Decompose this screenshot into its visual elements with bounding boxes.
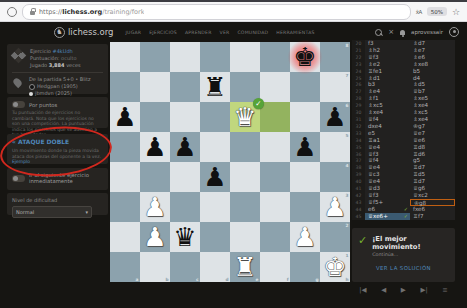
- square-e8[interactable]: [230, 42, 260, 72]
- square-c4[interactable]: [170, 162, 200, 192]
- square-h6[interactable]: 6♟: [320, 102, 350, 132]
- black-move-32[interactable]: ♔g7: [410, 123, 455, 130]
- lichess-logo-text[interactable]: lichess.org: [68, 27, 114, 37]
- move-number: 20: [352, 40, 365, 47]
- move-row-40: 40♕e4♖d7: [352, 178, 455, 185]
- square-f6[interactable]: [260, 102, 290, 132]
- difficulty-select[interactable]: Normal ▾: [12, 206, 92, 218]
- white-move-23[interactable]: ♗e2: [365, 61, 410, 68]
- rated-card: Por puntos Tu puntuación de ejercicios n…: [7, 97, 108, 128]
- white-move-21[interactable]: ♗h2: [365, 47, 410, 54]
- theme-title-link[interactable]: « ATAQUE DOBLE: [12, 138, 103, 146]
- piece-bP-d4[interactable]: ♟: [200, 162, 230, 192]
- square-c6[interactable]: [170, 102, 200, 132]
- puzzle-played-count: 3,884: [49, 62, 65, 68]
- move-number: 42: [352, 192, 365, 199]
- move-row-23: 23♗e2♗xe8: [352, 61, 455, 68]
- piece-wP-b2[interactable]: ♟: [140, 222, 170, 252]
- url-path: /training/fork: [102, 8, 144, 16]
- white-player[interactable]: jbmdvn (2025): [29, 90, 91, 97]
- piece-bQ-c2[interactable]: ♛: [170, 222, 200, 252]
- move-row-39: 39♕c3♖d5: [352, 171, 455, 178]
- move-row-32: 32dxe4♔g7: [352, 123, 455, 130]
- square-c5[interactable]: ♟: [170, 132, 200, 162]
- white-move-28[interactable]: ♗f1: [365, 95, 410, 102]
- move-number: 44: [352, 206, 365, 213]
- move-number: 32: [352, 123, 365, 130]
- bookmark-star-icon[interactable]: ☆: [452, 7, 460, 17]
- square-g7[interactable]: [290, 72, 320, 102]
- move-row-31: 31♕f4♗xe4: [352, 116, 455, 123]
- theme-description: Un movimiento donde la pieza movida atac…: [12, 148, 103, 165]
- puzzle-rating-value: oculto: [61, 55, 76, 61]
- autojump-label: Ir al siguiente ejercicio inmediatamente: [29, 172, 103, 184]
- difficulty-label: Nivel de dificultad: [12, 197, 103, 204]
- square-h1[interactable]: h1♚: [320, 252, 350, 282]
- correct-check-icon: ✓: [404, 213, 408, 220]
- black-move-44[interactable]: fxe6: [410, 206, 455, 213]
- coord-file-g: g: [315, 277, 318, 282]
- feedback-title: ¡El mejor movimiento!: [372, 235, 449, 251]
- black-move-35[interactable]: ♖d8: [410, 144, 455, 151]
- white-move-26[interactable]: b3: [365, 81, 410, 88]
- white-move-44[interactable]: e6✓: [365, 206, 410, 213]
- black-disc-icon: [29, 84, 35, 90]
- coord-file-c: c: [196, 277, 199, 282]
- square-b2[interactable]: ♟: [140, 222, 170, 252]
- black-move-28[interactable]: ♗xe5: [410, 95, 455, 102]
- coord-rank-2: 2: [346, 223, 349, 228]
- black-move-38[interactable]: ♖d7: [410, 164, 455, 171]
- best-move-check-icon: ✓: [358, 235, 367, 246]
- white-move-33[interactable]: e5: [365, 130, 410, 137]
- move-number: 23: [352, 61, 365, 68]
- white-move-37[interactable]: ♕f4: [365, 157, 410, 164]
- square-d2[interactable]: [200, 222, 230, 252]
- white-move-29[interactable]: ♗xc5: [365, 102, 410, 109]
- url-scheme: https://: [39, 8, 62, 16]
- search-icon[interactable]: [375, 29, 382, 36]
- view-solution-link[interactable]: VER LA SOLUCIÓN: [358, 265, 449, 271]
- square-g5[interactable]: ♟: [290, 132, 320, 162]
- white-move-36[interactable]: ♕f3: [365, 151, 410, 158]
- move-row-26: 26b3♗d5: [352, 81, 455, 88]
- move-row-21: 21♗h2♗e7: [352, 47, 455, 54]
- move-row-45: 45♕xe6+✓♖f7: [352, 213, 455, 220]
- black-move-29[interactable]: ♗xe4: [410, 102, 455, 109]
- square-d3[interactable]: [200, 192, 230, 222]
- coord-rank-4: 4: [346, 163, 349, 168]
- white-move-30[interactable]: ♗xe4: [365, 109, 410, 116]
- move-number: 24: [352, 68, 365, 75]
- url-bar[interactable]: https://lichess.org/training/fork: [22, 4, 411, 20]
- menu-item-aprender[interactable]: APRENDER: [185, 30, 212, 35]
- square-d1[interactable]: d: [200, 252, 230, 282]
- black-move-36[interactable]: ♖d6: [410, 151, 455, 158]
- coord-rank-1: 1: [346, 253, 349, 258]
- feedback-subtitle: Continúa...: [372, 252, 449, 257]
- white-move-20[interactable]: f3: [365, 40, 410, 47]
- black-move-45[interactable]: ♖f7: [410, 213, 455, 220]
- white-move-41[interactable]: ♕d3: [365, 185, 410, 192]
- puzzle-played-label: Jugado: [30, 62, 47, 68]
- puzzle-info-card: Ejercicio #4kUdh Puntuación: oculto Juga…: [7, 44, 108, 94]
- move-number: 28: [352, 95, 365, 102]
- square-b3[interactable]: ♟: [140, 192, 170, 222]
- square-c8[interactable]: [170, 42, 200, 72]
- move-row-43: 43♕f5+♔g8: [352, 199, 455, 206]
- square-a2[interactable]: [110, 222, 140, 252]
- square-e4[interactable]: [230, 162, 260, 192]
- move-number: 22: [352, 54, 365, 61]
- black-player[interactable]: Hedgpan (1905): [29, 83, 91, 90]
- menu-item-comunidad[interactable]: COMUNIDAD: [237, 30, 268, 35]
- puzzle-label: Ejercicio: [30, 48, 51, 54]
- square-g2[interactable]: ♟: [290, 222, 320, 252]
- square-c7[interactable]: [170, 72, 200, 102]
- white-move-42[interactable]: ♕f3: [365, 192, 410, 199]
- menu-item-ejercicios[interactable]: EJERCICIOS: [149, 30, 177, 35]
- lichess-logo-icon[interactable]: ♞: [54, 27, 65, 38]
- move-number: 38: [352, 164, 365, 171]
- black-move-25[interactable]: d4: [410, 75, 455, 82]
- square-e1[interactable]: e♜: [230, 252, 260, 282]
- move-number: 40: [352, 178, 365, 185]
- move-number: 27: [352, 88, 365, 95]
- square-g4[interactable]: [290, 162, 320, 192]
- white-move-24[interactable]: ♖fe1: [365, 68, 410, 75]
- piece-wP-b3[interactable]: ♟: [140, 192, 170, 222]
- menu-item-herramientas[interactable]: HERRAMIENTAS: [276, 30, 314, 35]
- square-h2[interactable]: 2: [320, 222, 350, 252]
- move-row-35: 35♕e4♖d8: [352, 144, 455, 151]
- move-number: 25: [352, 75, 365, 82]
- difficulty-card: Nivel de dificultad Normal ▾: [7, 193, 108, 215]
- square-g8[interactable]: ♚: [290, 42, 320, 72]
- square-e6[interactable]: ♛✓: [230, 102, 260, 132]
- move-row-29: 29♗xc5♗xe4: [352, 102, 455, 109]
- square-a3[interactable]: [110, 192, 140, 222]
- piece-wP-g2[interactable]: ♟: [290, 222, 320, 252]
- square-d6[interactable]: [200, 102, 230, 132]
- square-b6[interactable]: [140, 102, 170, 132]
- square-e2[interactable]: [230, 222, 260, 252]
- black-move-37[interactable]: g5: [410, 157, 455, 164]
- piece-bK-g8[interactable]: ♚: [290, 42, 320, 72]
- square-g1[interactable]: g: [290, 252, 320, 282]
- white-move-31[interactable]: ♕f4: [365, 116, 410, 123]
- white-disc-icon: [29, 92, 33, 96]
- move-number: 39: [352, 171, 365, 178]
- white-move-34[interactable]: ♖a1: [365, 137, 410, 144]
- move-number: 29: [352, 102, 365, 109]
- header-right: × aprovessair: [375, 27, 467, 37]
- menu-item-ver[interactable]: VER: [220, 30, 230, 35]
- square-f5[interactable]: [260, 132, 290, 162]
- piece-bR-d7[interactable]: ♜: [200, 72, 230, 102]
- move-number: 41: [352, 185, 365, 192]
- prev-move-button[interactable]: ◀: [381, 286, 386, 294]
- square-b1[interactable]: b: [140, 252, 170, 282]
- move-number: 37: [352, 157, 365, 164]
- white-move-35[interactable]: ♕e4: [365, 144, 410, 151]
- coord-rank-5: 5: [346, 133, 349, 138]
- puzzle-id-link[interactable]: #4kUdh: [53, 48, 73, 54]
- card-divider: [12, 72, 103, 73]
- menu-move-button[interactable]: ≡: [442, 286, 447, 294]
- coord-rank-3: 3: [346, 193, 349, 198]
- theme-card: « ATAQUE DOBLE Un movimiento donde la pi…: [7, 134, 108, 164]
- white-move-25[interactable]: ♗d1: [365, 75, 410, 82]
- black-move-39[interactable]: ♖d5: [410, 171, 455, 178]
- square-c2[interactable]: ♛: [170, 222, 200, 252]
- black-move-43[interactable]: ♔g8: [410, 199, 455, 206]
- square-g6[interactable]: [290, 102, 320, 132]
- challenges-icon[interactable]: ×: [388, 29, 394, 36]
- square-c1[interactable]: c: [170, 252, 200, 282]
- square-g3[interactable]: [290, 192, 320, 222]
- main-menu: JUGAR EJERCICIOS APRENDER VER COMUNIDAD …: [126, 30, 315, 35]
- move-row-22: 22♕f3♗e6: [352, 54, 455, 61]
- menu-item-jugar[interactable]: JUGAR: [126, 30, 142, 35]
- coord-file-e: e: [256, 277, 259, 282]
- square-h4[interactable]: 4: [320, 162, 350, 192]
- square-d5[interactable]: [200, 132, 230, 162]
- square-a7[interactable]: [110, 72, 140, 102]
- square-d7[interactable]: ♜: [200, 72, 230, 102]
- square-f3[interactable]: [260, 192, 290, 222]
- puzzle-icon: [11, 48, 27, 64]
- blitz-flame-icon: [12, 77, 23, 88]
- square-f8[interactable]: [260, 42, 290, 72]
- difficulty-value: Normal: [16, 209, 34, 216]
- move-row-38: 38♕e4♖d7: [352, 164, 455, 171]
- move-number: 35: [352, 144, 365, 151]
- last-move-button[interactable]: ▶|: [420, 286, 427, 294]
- coord-rank-7: 7: [346, 73, 349, 78]
- square-f7[interactable]: [260, 72, 290, 102]
- theme-example-link[interactable]: Ejemplo: [12, 159, 30, 164]
- square-a5[interactable]: [110, 132, 140, 162]
- black-move-24[interactable]: b5: [410, 68, 455, 75]
- square-h7[interactable]: 7: [320, 72, 350, 102]
- coord-file-a: a: [136, 277, 139, 282]
- white-move-38[interactable]: ♕e4: [365, 164, 410, 171]
- square-a8[interactable]: [110, 42, 140, 72]
- move-number: 26: [352, 81, 365, 88]
- black-move-40[interactable]: ♖d7: [410, 178, 455, 185]
- move-row-33: 33e5♕e7: [352, 130, 455, 137]
- black-move-21[interactable]: ♗e7: [410, 47, 455, 54]
- coord-file-b: b: [165, 277, 168, 282]
- square-e5[interactable]: [230, 132, 260, 162]
- coord-rank-8: 8: [346, 43, 349, 48]
- square-b7[interactable]: [140, 72, 170, 102]
- correct-move-badge-icon: ✓: [253, 98, 264, 109]
- square-b5[interactable]: ♟: [140, 132, 170, 162]
- coord-file-d: d: [225, 277, 228, 282]
- white-move-40[interactable]: ♕e4: [365, 178, 410, 185]
- move-row-42: 42♕f3♕xc2: [352, 192, 455, 199]
- move-number: 31: [352, 116, 365, 123]
- url-text[interactable]: https://lichess.org/training/fork: [39, 8, 144, 16]
- move-row-24: 24♖fe1b5: [352, 68, 455, 75]
- move-row-27: 27♗e4♕b7: [352, 88, 455, 95]
- move-number: 36: [352, 151, 365, 158]
- move-row-30: 30♗xe4♗xc5: [352, 109, 455, 116]
- square-f1[interactable]: f: [260, 252, 290, 282]
- from-game-link[interactable]: De la partida 5+0 • Blitz: [29, 76, 91, 83]
- square-h3[interactable]: 3♟: [320, 192, 350, 222]
- square-a6[interactable]: ♟: [110, 102, 140, 132]
- autojump-card: Ir al siguiente ejercicio inmediatamente: [7, 168, 108, 190]
- feedback-panel: ✓ ¡El mejor movimiento! Continúa... VER …: [352, 228, 455, 282]
- black-move-30[interactable]: ♗xc5: [410, 109, 455, 116]
- black-move-22[interactable]: ♗e6: [410, 54, 455, 61]
- square-b4[interactable]: [140, 162, 170, 192]
- replay-controls: |◀◀▶▶|≡: [352, 286, 455, 294]
- move-row-37: 37♕f4g5: [352, 157, 455, 164]
- translate-icon[interactable]: x̄A: [416, 9, 422, 15]
- square-d8[interactable]: [200, 42, 230, 72]
- piece-bP-g5[interactable]: ♟: [290, 132, 320, 162]
- rated-toggle[interactable]: [12, 101, 25, 108]
- first-move-button[interactable]: |◀: [359, 286, 366, 294]
- move-row-28: 28♗f1♗xe5: [352, 95, 455, 102]
- square-a4[interactable]: [110, 162, 140, 192]
- square-e3[interactable]: [230, 192, 260, 222]
- padlock-icon[interactable]: [30, 11, 35, 15]
- black-move-27[interactable]: ♕b7: [410, 88, 455, 95]
- piece-bP-b5[interactable]: ♟: [140, 132, 170, 162]
- square-h5[interactable]: 5: [320, 132, 350, 162]
- square-b8[interactable]: [140, 42, 170, 72]
- white-move-32[interactable]: dxe4: [365, 123, 410, 130]
- autojump-toggle[interactable]: [12, 175, 25, 182]
- white-move-43[interactable]: ♕f5+: [365, 199, 410, 206]
- tracking-shield-icon[interactable]: [7, 7, 17, 17]
- black-move-33[interactable]: ♕e7: [410, 130, 455, 137]
- square-d4[interactable]: ♟: [200, 162, 230, 192]
- chevron-down-icon: ▾: [85, 209, 88, 216]
- black-move-42[interactable]: ♕xc2: [410, 192, 455, 199]
- user-avatar-icon[interactable]: [449, 27, 459, 37]
- coord-file-f: f: [287, 277, 289, 282]
- move-row-34: 34♖a1♕e6: [352, 137, 455, 144]
- square-f2[interactable]: [260, 222, 290, 252]
- move-row-36: 36♕f3♖d6: [352, 151, 455, 158]
- move-row-25: 25♗d1d4: [352, 75, 455, 82]
- square-c3[interactable]: [170, 192, 200, 222]
- square-h8[interactable]: 8: [320, 42, 350, 72]
- move-list: 20f3♗d721♗h2♗e722♕f3♗e623♗e2♗xe824♖fe1b5…: [352, 40, 455, 220]
- move-number: 34: [352, 137, 365, 144]
- black-move-20[interactable]: ♗d7: [410, 40, 455, 47]
- screenshot-root: https://lichess.org/training/fork x̄A 50…: [0, 0, 467, 308]
- move-number: 21: [352, 47, 365, 54]
- browser-toolbar: https://lichess.org/training/fork x̄A 50…: [0, 2, 467, 22]
- black-move-41[interactable]: ♕g6: [410, 185, 455, 192]
- coord-rank-6: 6: [346, 103, 349, 108]
- puzzle-rating-label: Puntuación:: [30, 55, 60, 61]
- puzzle-played-suffix: veces: [66, 62, 80, 68]
- username[interactable]: aprovessair: [411, 29, 443, 35]
- url-domain: lichess.org: [62, 8, 102, 16]
- square-f4[interactable]: [260, 162, 290, 192]
- chess-board[interactable]: ♚8♜7♟♛✓6♟♟♟♟5♟4♟3♟♟♛♟2abcde♜fgh1♚: [110, 42, 350, 282]
- move-number: 30: [352, 109, 365, 116]
- piece-bP-c5[interactable]: ♟: [170, 132, 200, 162]
- move-row-44: 44e6✓fxe6: [352, 206, 455, 213]
- white-move-27[interactable]: ♗e4: [365, 88, 410, 95]
- rated-label: Por puntos: [29, 102, 57, 108]
- square-a1[interactable]: a: [110, 252, 140, 282]
- black-move-23[interactable]: ♗xe8: [410, 61, 455, 68]
- move-number: 33: [352, 130, 365, 137]
- browser-zoom-badge[interactable]: 50%: [427, 7, 447, 16]
- white-move-39[interactable]: ♕c3: [365, 171, 410, 178]
- black-move-31[interactable]: ♗xe4: [410, 116, 455, 123]
- site-header: ♞ lichess.org JUGAR EJERCICIOS APRENDER …: [0, 22, 467, 42]
- move-number: 43: [352, 199, 365, 206]
- coord-file-h: h: [345, 277, 348, 282]
- white-move-45[interactable]: ♕xe6+✓: [365, 213, 410, 220]
- lichess-page: ♞ lichess.org JUGAR EJERCICIOS APRENDER …: [0, 22, 467, 308]
- black-move-34[interactable]: ♕e6: [410, 137, 455, 144]
- move-row-20: 20f3♗d7: [352, 40, 455, 47]
- white-move-22[interactable]: ♕f3: [365, 54, 410, 61]
- move-number: 45: [352, 213, 365, 220]
- piece-bP-a6[interactable]: ♟: [110, 102, 140, 132]
- black-move-26[interactable]: ♗d5: [410, 81, 455, 88]
- notifications-bell-icon[interactable]: [400, 30, 405, 35]
- next-move-button[interactable]: ▶: [401, 286, 406, 294]
- move-row-41: 41♕d3♕g6: [352, 185, 455, 192]
